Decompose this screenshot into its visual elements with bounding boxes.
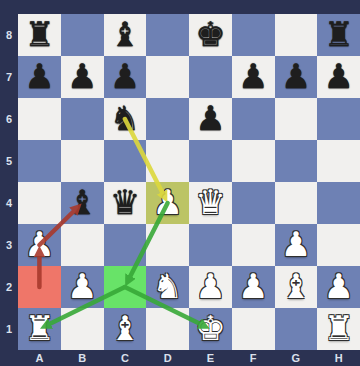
white-bishop[interactable]: ♝ (110, 311, 140, 345)
square-b6[interactable] (61, 98, 104, 140)
square-e2[interactable]: ♟ (189, 266, 232, 308)
white-knight[interactable]: ♞ (152, 269, 182, 303)
square-c6[interactable]: ♞ (104, 98, 147, 140)
rank-label-3: 3 (0, 224, 18, 266)
square-b3[interactable] (61, 224, 104, 266)
black-rook[interactable]: ♜ (24, 17, 54, 51)
file-label-e: E (189, 350, 232, 366)
chess-board: ♜♝♚♜♟♟♟♟♟♟♞♟♝♛♟♛♟♟♟♞♟♟♝♟♜♝♚♜ (18, 14, 360, 350)
white-pawn[interactable]: ♟ (24, 227, 54, 261)
square-a7[interactable]: ♟ (18, 56, 61, 98)
square-c2[interactable] (104, 266, 147, 308)
square-d6[interactable] (146, 98, 189, 140)
square-e8[interactable]: ♚ (189, 14, 232, 56)
square-a5[interactable] (18, 140, 61, 182)
file-labels: ABCDEFGH (18, 350, 360, 366)
square-d7[interactable] (146, 56, 189, 98)
rank-label-8: 8 (0, 14, 18, 56)
file-label-g: G (275, 350, 318, 366)
white-rook[interactable]: ♜ (24, 311, 54, 345)
rank-label-2: 2 (0, 266, 18, 308)
rank-label-6: 6 (0, 98, 18, 140)
square-a4[interactable] (18, 182, 61, 224)
square-f1[interactable] (232, 308, 275, 350)
square-a8[interactable]: ♜ (18, 14, 61, 56)
black-bishop[interactable]: ♝ (67, 185, 97, 219)
square-a1[interactable]: ♜ (18, 308, 61, 350)
black-pawn[interactable]: ♟ (110, 59, 140, 93)
black-pawn[interactable]: ♟ (238, 59, 268, 93)
file-label-f: F (232, 350, 275, 366)
chess-app: 87654321 ABCDEFGH ♜♝♚♜♟♟♟♟♟♟♞♟♝♛♟♛♟♟♟♞♟♟… (0, 0, 360, 366)
square-h8[interactable]: ♜ (317, 14, 360, 56)
rank-labels: 87654321 (0, 14, 18, 350)
square-h5[interactable] (317, 140, 360, 182)
square-f2[interactable]: ♟ (232, 266, 275, 308)
square-d2[interactable]: ♞ (146, 266, 189, 308)
square-d8[interactable] (146, 14, 189, 56)
white-pawn[interactable]: ♟ (195, 269, 225, 303)
square-e6[interactable]: ♟ (189, 98, 232, 140)
square-d5[interactable] (146, 140, 189, 182)
black-rook[interactable]: ♜ (323, 17, 353, 51)
square-h7[interactable]: ♟ (317, 56, 360, 98)
square-c8[interactable]: ♝ (104, 14, 147, 56)
square-b2[interactable]: ♟ (61, 266, 104, 308)
white-pawn[interactable]: ♟ (152, 185, 182, 219)
rank-label-5: 5 (0, 140, 18, 182)
square-g1[interactable] (275, 308, 318, 350)
black-king[interactable]: ♚ (195, 17, 225, 51)
square-d1[interactable] (146, 308, 189, 350)
white-pawn[interactable]: ♟ (67, 269, 97, 303)
square-f3[interactable] (232, 224, 275, 266)
file-label-a: A (18, 350, 61, 366)
white-queen[interactable]: ♛ (195, 185, 225, 219)
square-f8[interactable] (232, 14, 275, 56)
white-pawn[interactable]: ♟ (323, 269, 353, 303)
rank-label-4: 4 (0, 182, 18, 224)
square-b5[interactable] (61, 140, 104, 182)
square-h3[interactable] (317, 224, 360, 266)
square-a6[interactable] (18, 98, 61, 140)
square-h1[interactable]: ♜ (317, 308, 360, 350)
square-b8[interactable] (61, 14, 104, 56)
square-g2[interactable]: ♝ (275, 266, 318, 308)
square-c4[interactable]: ♛ (104, 182, 147, 224)
rank-label-7: 7 (0, 56, 18, 98)
square-c7[interactable]: ♟ (104, 56, 147, 98)
rank-label-1: 1 (0, 308, 18, 350)
black-pawn[interactable]: ♟ (24, 59, 54, 93)
black-bishop[interactable]: ♝ (110, 17, 140, 51)
square-f4[interactable] (232, 182, 275, 224)
black-pawn[interactable]: ♟ (67, 59, 97, 93)
square-c1[interactable]: ♝ (104, 308, 147, 350)
square-g3[interactable]: ♟ (275, 224, 318, 266)
square-b4[interactable]: ♝ (61, 182, 104, 224)
square-d4[interactable]: ♟ (146, 182, 189, 224)
file-label-c: C (104, 350, 147, 366)
square-c5[interactable] (104, 140, 147, 182)
square-b7[interactable]: ♟ (61, 56, 104, 98)
square-e7[interactable] (189, 56, 232, 98)
square-c3[interactable] (104, 224, 147, 266)
square-g6[interactable] (275, 98, 318, 140)
black-queen[interactable]: ♛ (110, 185, 140, 219)
square-e1[interactable]: ♚ (189, 308, 232, 350)
square-g5[interactable] (275, 140, 318, 182)
square-a2[interactable] (18, 266, 61, 308)
square-g8[interactable] (275, 14, 318, 56)
square-g4[interactable] (275, 182, 318, 224)
black-pawn[interactable]: ♟ (281, 59, 311, 93)
file-label-b: B (61, 350, 104, 366)
square-e4[interactable]: ♛ (189, 182, 232, 224)
white-bishop[interactable]: ♝ (281, 269, 311, 303)
white-rook[interactable]: ♜ (323, 311, 353, 345)
square-f7[interactable]: ♟ (232, 56, 275, 98)
black-pawn[interactable]: ♟ (323, 59, 353, 93)
file-label-h: H (317, 350, 360, 366)
square-e5[interactable] (189, 140, 232, 182)
square-e3[interactable] (189, 224, 232, 266)
square-f5[interactable] (232, 140, 275, 182)
white-king[interactable]: ♚ (195, 311, 225, 345)
square-g7[interactable]: ♟ (275, 56, 318, 98)
square-h2[interactable]: ♟ (317, 266, 360, 308)
file-label-d: D (146, 350, 189, 366)
square-h6[interactable] (317, 98, 360, 140)
square-b1[interactable] (61, 308, 104, 350)
square-h4[interactable] (317, 182, 360, 224)
white-pawn[interactable]: ♟ (238, 269, 268, 303)
black-knight[interactable]: ♞ (110, 101, 140, 135)
square-f6[interactable] (232, 98, 275, 140)
square-d3[interactable] (146, 224, 189, 266)
black-pawn[interactable]: ♟ (195, 101, 225, 135)
white-pawn[interactable]: ♟ (281, 227, 311, 261)
square-a3[interactable]: ♟ (18, 224, 61, 266)
